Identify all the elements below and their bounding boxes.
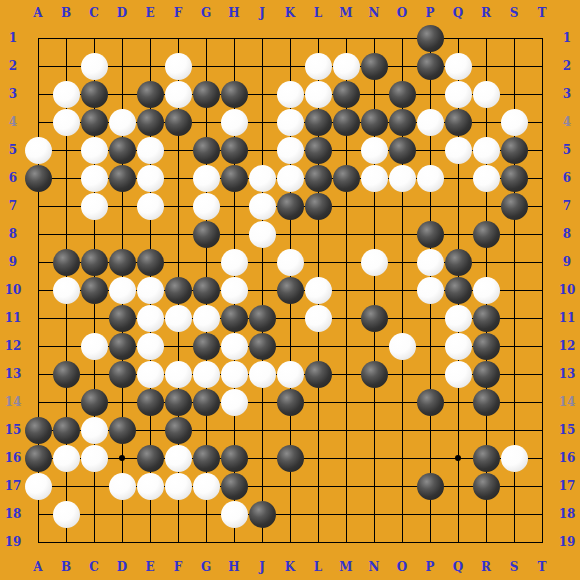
intersection-L15[interactable] — [304, 416, 332, 444]
intersection-G18[interactable] — [192, 500, 220, 528]
intersection-B11[interactable] — [52, 304, 80, 332]
intersection-S12[interactable] — [500, 332, 528, 360]
intersection-S7[interactable] — [500, 192, 528, 220]
intersection-B7[interactable] — [52, 192, 80, 220]
intersection-F14[interactable] — [164, 388, 192, 416]
intersection-R1[interactable] — [472, 24, 500, 52]
intersection-L3[interactable] — [304, 80, 332, 108]
intersection-C8[interactable] — [80, 220, 108, 248]
intersection-A19[interactable] — [24, 528, 52, 556]
intersection-R6[interactable] — [472, 164, 500, 192]
intersection-N9[interactable] — [360, 248, 388, 276]
intersection-G7[interactable] — [192, 192, 220, 220]
intersection-A17[interactable] — [24, 472, 52, 500]
intersection-B9[interactable] — [52, 248, 80, 276]
intersection-H9[interactable] — [220, 248, 248, 276]
intersection-P7[interactable] — [416, 192, 444, 220]
intersection-G19[interactable] — [192, 528, 220, 556]
intersection-B8[interactable] — [52, 220, 80, 248]
intersection-B4[interactable] — [52, 108, 80, 136]
intersection-F4[interactable] — [164, 108, 192, 136]
intersection-M13[interactable] — [332, 360, 360, 388]
intersection-C17[interactable] — [80, 472, 108, 500]
intersection-H17[interactable] — [220, 472, 248, 500]
intersection-E19[interactable] — [136, 528, 164, 556]
intersection-H4[interactable] — [220, 108, 248, 136]
intersection-R15[interactable] — [472, 416, 500, 444]
intersection-P12[interactable] — [416, 332, 444, 360]
intersection-D1[interactable] — [108, 24, 136, 52]
intersection-Q1[interactable] — [444, 24, 472, 52]
intersection-R13[interactable] — [472, 360, 500, 388]
intersection-H2[interactable] — [220, 52, 248, 80]
intersection-H11[interactable] — [220, 304, 248, 332]
intersection-P2[interactable] — [416, 52, 444, 80]
intersection-P6[interactable] — [416, 164, 444, 192]
intersection-R12[interactable] — [472, 332, 500, 360]
intersection-L17[interactable] — [304, 472, 332, 500]
intersection-E15[interactable] — [136, 416, 164, 444]
intersection-K6[interactable] — [276, 164, 304, 192]
intersection-S16[interactable] — [500, 444, 528, 472]
intersection-T12[interactable] — [528, 332, 556, 360]
intersection-P19[interactable] — [416, 528, 444, 556]
intersection-N8[interactable] — [360, 220, 388, 248]
intersection-C2[interactable] — [80, 52, 108, 80]
intersection-E8[interactable] — [136, 220, 164, 248]
intersection-D8[interactable] — [108, 220, 136, 248]
intersection-M6[interactable] — [332, 164, 360, 192]
intersection-B17[interactable] — [52, 472, 80, 500]
intersection-C7[interactable] — [80, 192, 108, 220]
intersection-N13[interactable] — [360, 360, 388, 388]
intersection-O3[interactable] — [388, 80, 416, 108]
intersection-M11[interactable] — [332, 304, 360, 332]
intersection-R17[interactable] — [472, 472, 500, 500]
intersection-O2[interactable] — [388, 52, 416, 80]
intersection-K19[interactable] — [276, 528, 304, 556]
intersection-O19[interactable] — [388, 528, 416, 556]
intersection-T10[interactable] — [528, 276, 556, 304]
intersection-N2[interactable] — [360, 52, 388, 80]
intersection-O7[interactable] — [388, 192, 416, 220]
intersection-R5[interactable] — [472, 136, 500, 164]
intersection-H1[interactable] — [220, 24, 248, 52]
intersection-E10[interactable] — [136, 276, 164, 304]
intersection-D7[interactable] — [108, 192, 136, 220]
intersection-C11[interactable] — [80, 304, 108, 332]
intersection-Q19[interactable] — [444, 528, 472, 556]
intersection-N15[interactable] — [360, 416, 388, 444]
intersection-J11[interactable] — [248, 304, 276, 332]
intersection-S17[interactable] — [500, 472, 528, 500]
intersection-C6[interactable] — [80, 164, 108, 192]
intersection-F1[interactable] — [164, 24, 192, 52]
intersection-T2[interactable] — [528, 52, 556, 80]
intersection-F16[interactable] — [164, 444, 192, 472]
intersection-G12[interactable] — [192, 332, 220, 360]
intersection-D6[interactable] — [108, 164, 136, 192]
intersection-J12[interactable] — [248, 332, 276, 360]
intersection-N1[interactable] — [360, 24, 388, 52]
intersection-M4[interactable] — [332, 108, 360, 136]
intersection-N18[interactable] — [360, 500, 388, 528]
intersection-L4[interactable] — [304, 108, 332, 136]
intersection-H12[interactable] — [220, 332, 248, 360]
intersection-A16[interactable] — [24, 444, 52, 472]
intersection-G3[interactable] — [192, 80, 220, 108]
intersection-A3[interactable] — [24, 80, 52, 108]
intersection-Q5[interactable] — [444, 136, 472, 164]
intersection-G13[interactable] — [192, 360, 220, 388]
intersection-O10[interactable] — [388, 276, 416, 304]
intersection-C14[interactable] — [80, 388, 108, 416]
intersection-H14[interactable] — [220, 388, 248, 416]
intersection-K5[interactable] — [276, 136, 304, 164]
intersection-Q12[interactable] — [444, 332, 472, 360]
intersection-F9[interactable] — [164, 248, 192, 276]
intersection-A9[interactable] — [24, 248, 52, 276]
intersection-R14[interactable] — [472, 388, 500, 416]
intersection-Q6[interactable] — [444, 164, 472, 192]
intersection-T1[interactable] — [528, 24, 556, 52]
intersection-D10[interactable] — [108, 276, 136, 304]
intersection-J13[interactable] — [248, 360, 276, 388]
intersection-K11[interactable] — [276, 304, 304, 332]
intersection-S9[interactable] — [500, 248, 528, 276]
intersection-J19[interactable] — [248, 528, 276, 556]
intersection-N7[interactable] — [360, 192, 388, 220]
intersection-D17[interactable] — [108, 472, 136, 500]
intersection-Q13[interactable] — [444, 360, 472, 388]
intersection-B13[interactable] — [52, 360, 80, 388]
intersection-S1[interactable] — [500, 24, 528, 52]
intersection-C18[interactable] — [80, 500, 108, 528]
intersection-D18[interactable] — [108, 500, 136, 528]
intersection-Q8[interactable] — [444, 220, 472, 248]
intersection-B3[interactable] — [52, 80, 80, 108]
intersection-K12[interactable] — [276, 332, 304, 360]
intersection-E18[interactable] — [136, 500, 164, 528]
intersection-Q18[interactable] — [444, 500, 472, 528]
intersection-B5[interactable] — [52, 136, 80, 164]
intersection-T4[interactable] — [528, 108, 556, 136]
intersection-D11[interactable] — [108, 304, 136, 332]
intersection-F7[interactable] — [164, 192, 192, 220]
intersection-R7[interactable] — [472, 192, 500, 220]
intersection-F17[interactable] — [164, 472, 192, 500]
intersection-G2[interactable] — [192, 52, 220, 80]
intersection-O13[interactable] — [388, 360, 416, 388]
intersection-E9[interactable] — [136, 248, 164, 276]
intersection-G8[interactable] — [192, 220, 220, 248]
intersection-J16[interactable] — [248, 444, 276, 472]
intersection-K13[interactable] — [276, 360, 304, 388]
intersection-T19[interactable] — [528, 528, 556, 556]
intersection-M18[interactable] — [332, 500, 360, 528]
intersection-E7[interactable] — [136, 192, 164, 220]
intersection-H18[interactable] — [220, 500, 248, 528]
intersection-D5[interactable] — [108, 136, 136, 164]
intersection-N10[interactable] — [360, 276, 388, 304]
intersection-N14[interactable] — [360, 388, 388, 416]
intersection-E3[interactable] — [136, 80, 164, 108]
intersection-A18[interactable] — [24, 500, 52, 528]
intersection-T11[interactable] — [528, 304, 556, 332]
intersection-D4[interactable] — [108, 108, 136, 136]
intersection-M1[interactable] — [332, 24, 360, 52]
intersection-L9[interactable] — [304, 248, 332, 276]
intersection-O14[interactable] — [388, 388, 416, 416]
intersection-C15[interactable] — [80, 416, 108, 444]
intersection-A4[interactable] — [24, 108, 52, 136]
intersection-M12[interactable] — [332, 332, 360, 360]
intersection-L19[interactable] — [304, 528, 332, 556]
intersection-F18[interactable] — [164, 500, 192, 528]
intersection-J8[interactable] — [248, 220, 276, 248]
intersection-P9[interactable] — [416, 248, 444, 276]
intersection-M16[interactable] — [332, 444, 360, 472]
intersection-K9[interactable] — [276, 248, 304, 276]
intersection-J3[interactable] — [248, 80, 276, 108]
intersection-L10[interactable] — [304, 276, 332, 304]
intersection-Q15[interactable] — [444, 416, 472, 444]
intersection-T5[interactable] — [528, 136, 556, 164]
intersection-L13[interactable] — [304, 360, 332, 388]
intersection-Q10[interactable] — [444, 276, 472, 304]
intersection-Q7[interactable] — [444, 192, 472, 220]
intersection-C5[interactable] — [80, 136, 108, 164]
intersection-O18[interactable] — [388, 500, 416, 528]
intersection-F3[interactable] — [164, 80, 192, 108]
intersection-L1[interactable] — [304, 24, 332, 52]
intersection-F10[interactable] — [164, 276, 192, 304]
intersection-P10[interactable] — [416, 276, 444, 304]
intersection-R16[interactable] — [472, 444, 500, 472]
intersection-O9[interactable] — [388, 248, 416, 276]
intersection-G9[interactable] — [192, 248, 220, 276]
intersection-B18[interactable] — [52, 500, 80, 528]
intersection-P17[interactable] — [416, 472, 444, 500]
intersection-R11[interactable] — [472, 304, 500, 332]
intersection-F6[interactable] — [164, 164, 192, 192]
intersection-D16[interactable] — [108, 444, 136, 472]
intersection-T14[interactable] — [528, 388, 556, 416]
intersection-P14[interactable] — [416, 388, 444, 416]
intersection-F11[interactable] — [164, 304, 192, 332]
intersection-D12[interactable] — [108, 332, 136, 360]
intersection-K8[interactable] — [276, 220, 304, 248]
intersection-E13[interactable] — [136, 360, 164, 388]
intersection-D19[interactable] — [108, 528, 136, 556]
intersection-B1[interactable] — [52, 24, 80, 52]
intersection-G10[interactable] — [192, 276, 220, 304]
intersection-H3[interactable] — [220, 80, 248, 108]
intersection-A6[interactable] — [24, 164, 52, 192]
intersection-L11[interactable] — [304, 304, 332, 332]
intersection-H10[interactable] — [220, 276, 248, 304]
intersection-R9[interactable] — [472, 248, 500, 276]
intersection-N17[interactable] — [360, 472, 388, 500]
intersection-Q17[interactable] — [444, 472, 472, 500]
intersection-S3[interactable] — [500, 80, 528, 108]
intersection-N19[interactable] — [360, 528, 388, 556]
intersection-N4[interactable] — [360, 108, 388, 136]
intersection-K15[interactable] — [276, 416, 304, 444]
intersection-S13[interactable] — [500, 360, 528, 388]
intersection-T7[interactable] — [528, 192, 556, 220]
intersection-H16[interactable] — [220, 444, 248, 472]
intersection-C3[interactable] — [80, 80, 108, 108]
intersection-E4[interactable] — [136, 108, 164, 136]
intersection-K10[interactable] — [276, 276, 304, 304]
intersection-F12[interactable] — [164, 332, 192, 360]
intersection-P1[interactable] — [416, 24, 444, 52]
intersection-Q11[interactable] — [444, 304, 472, 332]
intersection-F15[interactable] — [164, 416, 192, 444]
intersection-S15[interactable] — [500, 416, 528, 444]
intersection-L6[interactable] — [304, 164, 332, 192]
intersection-E1[interactable] — [136, 24, 164, 52]
intersection-M5[interactable] — [332, 136, 360, 164]
intersection-R10[interactable] — [472, 276, 500, 304]
intersection-N5[interactable] — [360, 136, 388, 164]
intersection-E14[interactable] — [136, 388, 164, 416]
intersection-P5[interactable] — [416, 136, 444, 164]
intersection-M19[interactable] — [332, 528, 360, 556]
intersection-H6[interactable] — [220, 164, 248, 192]
intersection-J5[interactable] — [248, 136, 276, 164]
intersection-O8[interactable] — [388, 220, 416, 248]
intersection-H13[interactable] — [220, 360, 248, 388]
intersection-F19[interactable] — [164, 528, 192, 556]
intersection-S14[interactable] — [500, 388, 528, 416]
intersection-O17[interactable] — [388, 472, 416, 500]
intersection-J4[interactable] — [248, 108, 276, 136]
intersection-M10[interactable] — [332, 276, 360, 304]
intersection-S8[interactable] — [500, 220, 528, 248]
intersection-C10[interactable] — [80, 276, 108, 304]
intersection-P18[interactable] — [416, 500, 444, 528]
intersection-B15[interactable] — [52, 416, 80, 444]
intersection-K3[interactable] — [276, 80, 304, 108]
intersection-B14[interactable] — [52, 388, 80, 416]
intersection-P4[interactable] — [416, 108, 444, 136]
intersection-A2[interactable] — [24, 52, 52, 80]
intersection-N12[interactable] — [360, 332, 388, 360]
intersection-G11[interactable] — [192, 304, 220, 332]
intersection-S11[interactable] — [500, 304, 528, 332]
intersection-J1[interactable] — [248, 24, 276, 52]
intersection-P11[interactable] — [416, 304, 444, 332]
intersection-L5[interactable] — [304, 136, 332, 164]
intersection-T15[interactable] — [528, 416, 556, 444]
intersection-M14[interactable] — [332, 388, 360, 416]
intersection-P3[interactable] — [416, 80, 444, 108]
intersection-D3[interactable] — [108, 80, 136, 108]
intersection-C4[interactable] — [80, 108, 108, 136]
intersection-M15[interactable] — [332, 416, 360, 444]
intersection-R19[interactable] — [472, 528, 500, 556]
intersection-H8[interactable] — [220, 220, 248, 248]
intersection-M2[interactable] — [332, 52, 360, 80]
intersection-B10[interactable] — [52, 276, 80, 304]
intersection-O15[interactable] — [388, 416, 416, 444]
intersection-N11[interactable] — [360, 304, 388, 332]
intersection-E12[interactable] — [136, 332, 164, 360]
intersection-F8[interactable] — [164, 220, 192, 248]
intersection-K1[interactable] — [276, 24, 304, 52]
intersection-R4[interactable] — [472, 108, 500, 136]
intersection-B2[interactable] — [52, 52, 80, 80]
intersection-G6[interactable] — [192, 164, 220, 192]
intersection-H7[interactable] — [220, 192, 248, 220]
intersection-F5[interactable] — [164, 136, 192, 164]
intersection-P16[interactable] — [416, 444, 444, 472]
intersection-B16[interactable] — [52, 444, 80, 472]
intersection-T8[interactable] — [528, 220, 556, 248]
intersection-R2[interactable] — [472, 52, 500, 80]
intersection-E11[interactable] — [136, 304, 164, 332]
intersection-N6[interactable] — [360, 164, 388, 192]
intersection-D9[interactable] — [108, 248, 136, 276]
intersection-H15[interactable] — [220, 416, 248, 444]
intersection-C13[interactable] — [80, 360, 108, 388]
intersection-P15[interactable] — [416, 416, 444, 444]
intersection-S6[interactable] — [500, 164, 528, 192]
intersection-L16[interactable] — [304, 444, 332, 472]
intersection-J15[interactable] — [248, 416, 276, 444]
intersection-J14[interactable] — [248, 388, 276, 416]
intersection-H19[interactable] — [220, 528, 248, 556]
intersection-A13[interactable] — [24, 360, 52, 388]
intersection-J18[interactable] — [248, 500, 276, 528]
intersection-M17[interactable] — [332, 472, 360, 500]
intersection-C9[interactable] — [80, 248, 108, 276]
intersection-J2[interactable] — [248, 52, 276, 80]
intersection-T6[interactable] — [528, 164, 556, 192]
intersection-Q9[interactable] — [444, 248, 472, 276]
intersection-N16[interactable] — [360, 444, 388, 472]
intersection-A12[interactable] — [24, 332, 52, 360]
intersection-N3[interactable] — [360, 80, 388, 108]
intersection-A5[interactable] — [24, 136, 52, 164]
intersection-C1[interactable] — [80, 24, 108, 52]
intersection-E17[interactable] — [136, 472, 164, 500]
intersection-K16[interactable] — [276, 444, 304, 472]
intersection-B12[interactable] — [52, 332, 80, 360]
intersection-O6[interactable] — [388, 164, 416, 192]
intersection-M3[interactable] — [332, 80, 360, 108]
intersection-L8[interactable] — [304, 220, 332, 248]
intersection-C16[interactable] — [80, 444, 108, 472]
intersection-S5[interactable] — [500, 136, 528, 164]
intersection-D14[interactable] — [108, 388, 136, 416]
intersection-R3[interactable] — [472, 80, 500, 108]
intersection-D13[interactable] — [108, 360, 136, 388]
intersection-T16[interactable] — [528, 444, 556, 472]
intersection-L14[interactable] — [304, 388, 332, 416]
intersection-H5[interactable] — [220, 136, 248, 164]
intersection-B6[interactable] — [52, 164, 80, 192]
intersection-O1[interactable] — [388, 24, 416, 52]
intersection-O12[interactable] — [388, 332, 416, 360]
intersection-Q3[interactable] — [444, 80, 472, 108]
intersection-K14[interactable] — [276, 388, 304, 416]
intersection-T3[interactable] — [528, 80, 556, 108]
intersection-E6[interactable] — [136, 164, 164, 192]
intersection-M7[interactable] — [332, 192, 360, 220]
